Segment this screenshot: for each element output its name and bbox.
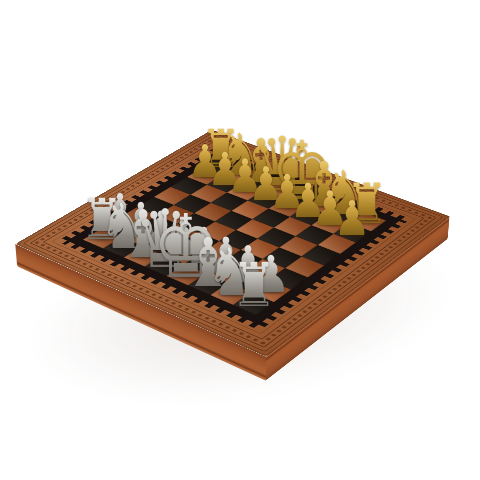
- square-g8: [210, 283, 250, 305]
- square-f5: [241, 239, 280, 259]
- square-h7: [251, 280, 291, 302]
- square-c8: [124, 246, 163, 267]
- square-g4: [279, 236, 317, 256]
- square-h8: [233, 292, 274, 315]
- square-g7: [228, 271, 268, 293]
- square-d6: [181, 232, 219, 252]
- square-e5: [219, 230, 257, 250]
- square-f8: [188, 273, 228, 295]
- square-h5: [285, 256, 324, 277]
- square-d7: [163, 244, 202, 264]
- square-g6: [246, 259, 285, 280]
- square-g5: [263, 247, 302, 268]
- square-b8: [103, 237, 142, 257]
- photo-scene: ♜♞♟♝♟♛♟♚♟♝♟♞♟♜♟♟♟♟♜♟♞♟♝♟♛♟♚♟♝♟♞♜: [0, 0, 480, 480]
- square-a8: [83, 229, 122, 249]
- square-f6: [224, 250, 263, 271]
- square-c7: [142, 235, 181, 255]
- square-e6: [202, 241, 241, 261]
- square-h6: [268, 268, 308, 290]
- square-d8: [145, 255, 184, 276]
- square-h3: [318, 234, 356, 254]
- square-h4: [302, 245, 341, 266]
- square-f7: [206, 261, 246, 282]
- square-f4: [257, 228, 295, 248]
- square-e8: [166, 264, 206, 285]
- checkerboard: [83, 158, 386, 315]
- square-e7: [184, 252, 223, 273]
